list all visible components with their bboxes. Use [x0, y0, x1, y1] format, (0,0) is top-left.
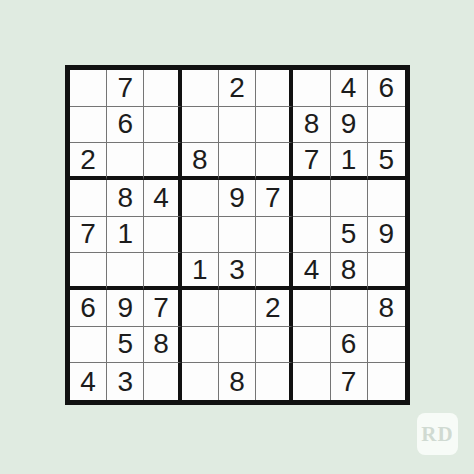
cell-r7c5[interactable] [219, 290, 256, 327]
cell-r4c6[interactable]: 7 [256, 180, 293, 217]
cell-r2c4[interactable] [182, 107, 219, 144]
cell-r4c2[interactable]: 8 [107, 180, 144, 217]
cell-r1c4[interactable] [182, 70, 219, 107]
cell-r5c5[interactable] [219, 217, 256, 254]
cell-r9c8[interactable]: 7 [331, 363, 368, 400]
cell-r3c6[interactable] [256, 143, 293, 180]
cell-r9c7[interactable] [293, 363, 330, 400]
cell-r9c6[interactable] [256, 363, 293, 400]
cell-r2c6[interactable] [256, 107, 293, 144]
rd-watermark-label: RD [421, 422, 453, 447]
cell-r4c8[interactable] [331, 180, 368, 217]
cell-r7c6[interactable]: 2 [256, 290, 293, 327]
cell-r8c4[interactable] [182, 327, 219, 364]
cell-r9c2[interactable]: 3 [107, 363, 144, 400]
cell-r9c5[interactable]: 8 [219, 363, 256, 400]
cell-r6c9[interactable] [368, 253, 405, 290]
cell-r9c3[interactable] [144, 363, 181, 400]
cell-r3c9[interactable]: 5 [368, 143, 405, 180]
cell-r7c7[interactable] [293, 290, 330, 327]
cell-r7c4[interactable] [182, 290, 219, 327]
cell-r2c1[interactable] [70, 107, 107, 144]
cell-r5c6[interactable] [256, 217, 293, 254]
cell-r4c3[interactable]: 4 [144, 180, 181, 217]
cell-r8c5[interactable] [219, 327, 256, 364]
cell-r1c3[interactable] [144, 70, 181, 107]
cell-r1c7[interactable] [293, 70, 330, 107]
cell-r2c3[interactable] [144, 107, 181, 144]
cell-r3c1[interactable]: 2 [70, 143, 107, 180]
cell-r2c2[interactable]: 6 [107, 107, 144, 144]
cell-r9c9[interactable] [368, 363, 405, 400]
cell-r6c6[interactable] [256, 253, 293, 290]
cell-r4c9[interactable] [368, 180, 405, 217]
cell-r1c1[interactable] [70, 70, 107, 107]
cell-r2c5[interactable] [219, 107, 256, 144]
cell-r3c8[interactable]: 1 [331, 143, 368, 180]
cell-r8c3[interactable]: 8 [144, 327, 181, 364]
cell-r1c8[interactable]: 4 [331, 70, 368, 107]
cell-r9c4[interactable] [182, 363, 219, 400]
cell-r3c4[interactable]: 8 [182, 143, 219, 180]
cell-r6c5[interactable]: 3 [219, 253, 256, 290]
cell-r5c1[interactable]: 7 [70, 217, 107, 254]
cell-r7c9[interactable]: 8 [368, 290, 405, 327]
cell-r8c9[interactable] [368, 327, 405, 364]
cell-r9c1[interactable]: 4 [70, 363, 107, 400]
cell-r6c8[interactable]: 8 [331, 253, 368, 290]
cell-r1c9[interactable]: 6 [368, 70, 405, 107]
cell-r1c6[interactable] [256, 70, 293, 107]
cell-r7c3[interactable]: 7 [144, 290, 181, 327]
cell-r3c5[interactable] [219, 143, 256, 180]
cell-r6c2[interactable] [107, 253, 144, 290]
cell-r5c2[interactable]: 1 [107, 217, 144, 254]
cell-r4c7[interactable] [293, 180, 330, 217]
cell-r5c4[interactable] [182, 217, 219, 254]
cell-r5c8[interactable]: 5 [331, 217, 368, 254]
cell-r1c5[interactable]: 2 [219, 70, 256, 107]
sudoku-board: 724668928715849771591348697285864387 [65, 65, 410, 405]
cell-r3c7[interactable]: 7 [293, 143, 330, 180]
cell-r4c5[interactable]: 9 [219, 180, 256, 217]
cell-r3c2[interactable] [107, 143, 144, 180]
cell-r8c1[interactable] [70, 327, 107, 364]
cell-r3c3[interactable] [144, 143, 181, 180]
cell-r8c7[interactable] [293, 327, 330, 364]
cell-r2c9[interactable] [368, 107, 405, 144]
cell-r6c3[interactable] [144, 253, 181, 290]
cell-r4c4[interactable] [182, 180, 219, 217]
cell-r8c8[interactable]: 6 [331, 327, 368, 364]
cell-r8c6[interactable] [256, 327, 293, 364]
cell-r4c1[interactable] [70, 180, 107, 217]
cell-r6c4[interactable]: 1 [182, 253, 219, 290]
cell-r1c2[interactable]: 7 [107, 70, 144, 107]
cell-r7c2[interactable]: 9 [107, 290, 144, 327]
cell-r6c1[interactable] [70, 253, 107, 290]
cell-r6c7[interactable]: 4 [293, 253, 330, 290]
cell-r7c1[interactable]: 6 [70, 290, 107, 327]
cell-r2c7[interactable]: 8 [293, 107, 330, 144]
cell-r5c3[interactable] [144, 217, 181, 254]
cell-r2c8[interactable]: 9 [331, 107, 368, 144]
cell-r5c9[interactable]: 9 [368, 217, 405, 254]
cell-r7c8[interactable] [331, 290, 368, 327]
cell-r8c2[interactable]: 5 [107, 327, 144, 364]
rd-watermark-badge: RD [417, 413, 458, 455]
cell-r5c7[interactable] [293, 217, 330, 254]
